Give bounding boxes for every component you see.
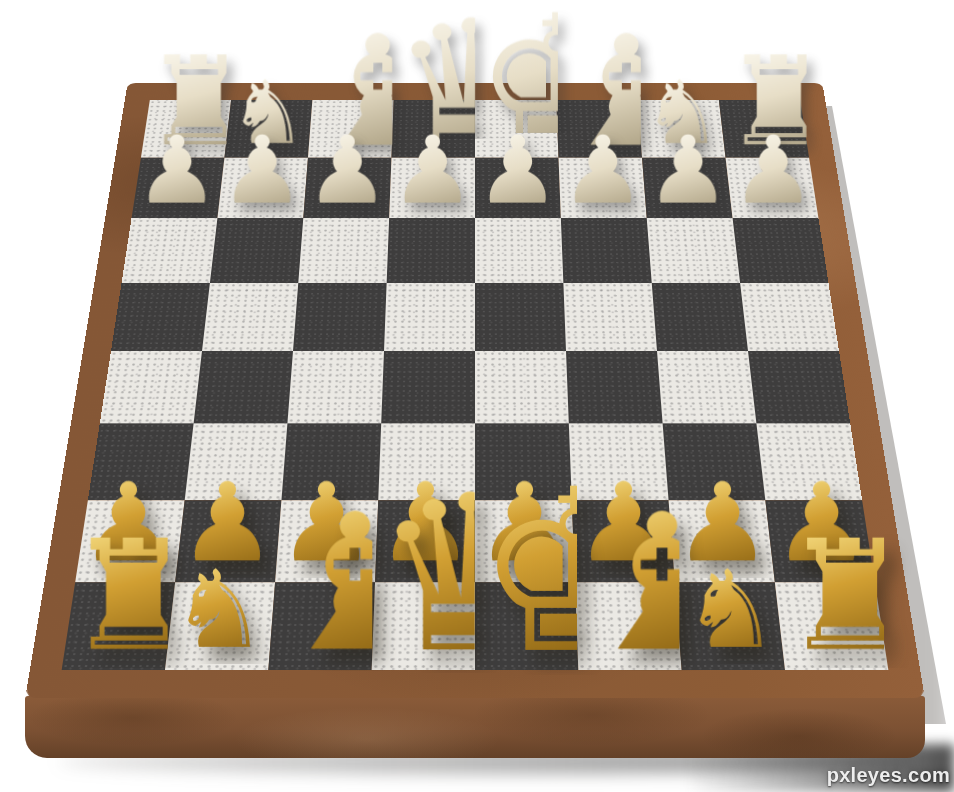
square-b7[interactable]: ♟ xyxy=(217,158,308,219)
square-b6[interactable] xyxy=(210,218,303,282)
board-grid: ♜♞♝♛♚♝♞♜♟♟♟♟♟♟♟♟♟♟♟♟♟♟♟♟♜♞♝♛♚♝♞♜ xyxy=(62,100,889,670)
square-h6[interactable] xyxy=(733,218,829,282)
square-c1[interactable]: ♝ xyxy=(268,582,375,670)
square-f7[interactable]: ♟ xyxy=(559,158,647,219)
square-d4[interactable] xyxy=(381,351,475,423)
white-bishop-f1[interactable]: ♝ xyxy=(577,489,679,678)
square-g6[interactable] xyxy=(647,218,740,282)
white-knight-g1[interactable]: ♞ xyxy=(680,556,782,664)
square-a1[interactable]: ♜ xyxy=(62,582,176,670)
square-g1[interactable]: ♞ xyxy=(675,582,785,670)
square-d7[interactable]: ♟ xyxy=(389,158,475,219)
square-h1[interactable]: ♜ xyxy=(775,582,889,670)
white-king-e1[interactable]: ♚ xyxy=(475,460,577,685)
white-rook-h1[interactable]: ♜ xyxy=(782,520,884,672)
square-f5[interactable] xyxy=(563,283,657,351)
white-bishop-c1[interactable]: ♝ xyxy=(270,489,372,678)
square-b5[interactable] xyxy=(202,283,298,351)
square-e5[interactable] xyxy=(475,283,566,351)
white-rook-a1[interactable]: ♜ xyxy=(66,520,168,672)
square-e1[interactable]: ♚ xyxy=(475,582,578,670)
site-watermark: pxleyes.com xyxy=(827,764,950,787)
black-pawn-b7[interactable]: ♟ xyxy=(219,124,304,218)
square-b1[interactable]: ♞ xyxy=(165,582,275,670)
square-e7[interactable]: ♟ xyxy=(475,158,561,219)
square-c7[interactable]: ♟ xyxy=(303,158,391,219)
square-g7[interactable]: ♟ xyxy=(642,158,733,219)
white-knight-b1[interactable]: ♞ xyxy=(168,556,270,664)
square-c4[interactable] xyxy=(287,351,384,423)
square-a6[interactable] xyxy=(122,218,218,282)
black-pawn-h7[interactable]: ♟ xyxy=(731,124,816,218)
square-g4[interactable] xyxy=(657,351,756,423)
square-a4[interactable] xyxy=(100,351,202,423)
square-f1[interactable]: ♝ xyxy=(575,582,682,670)
square-c5[interactable] xyxy=(293,283,387,351)
square-h4[interactable] xyxy=(748,351,850,423)
white-queen-d1[interactable]: ♛ xyxy=(373,467,475,683)
black-pawn-c7[interactable]: ♟ xyxy=(305,124,390,218)
black-pawn-d7[interactable]: ♟ xyxy=(390,124,475,218)
square-d5[interactable] xyxy=(384,283,475,351)
render-stage: ♜♞♝♛♚♝♞♜♟♟♟♟♟♟♟♟♟♟♟♟♟♟♟♟♜♞♝♛♚♝♞♜ pxleyes… xyxy=(0,0,954,792)
square-a5[interactable] xyxy=(111,283,210,351)
square-f6[interactable] xyxy=(561,218,652,282)
chess-board-frame: ♜♞♝♛♚♝♞♜♟♟♟♟♟♟♟♟♟♟♟♟♟♟♟♟♜♞♝♛♚♝♞♜ xyxy=(25,83,925,698)
square-h7[interactable]: ♟ xyxy=(726,158,819,219)
black-pawn-e7[interactable]: ♟ xyxy=(475,124,560,218)
black-pawn-f7[interactable]: ♟ xyxy=(560,124,645,218)
black-pawn-a7[interactable]: ♟ xyxy=(134,124,219,218)
square-e4[interactable] xyxy=(475,351,569,423)
square-d6[interactable] xyxy=(387,218,475,282)
square-a7[interactable]: ♟ xyxy=(132,158,225,219)
board-scene: ♜♞♝♛♚♝♞♜♟♟♟♟♟♟♟♟♟♟♟♟♟♟♟♟♜♞♝♛♚♝♞♜ xyxy=(0,0,954,792)
square-f4[interactable] xyxy=(566,351,663,423)
black-pawn-g7[interactable]: ♟ xyxy=(645,124,730,218)
square-g5[interactable] xyxy=(652,283,748,351)
square-c6[interactable] xyxy=(298,218,389,282)
square-h5[interactable] xyxy=(740,283,839,351)
square-d1[interactable]: ♛ xyxy=(372,582,475,670)
square-b4[interactable] xyxy=(194,351,293,423)
square-e6[interactable] xyxy=(475,218,563,282)
